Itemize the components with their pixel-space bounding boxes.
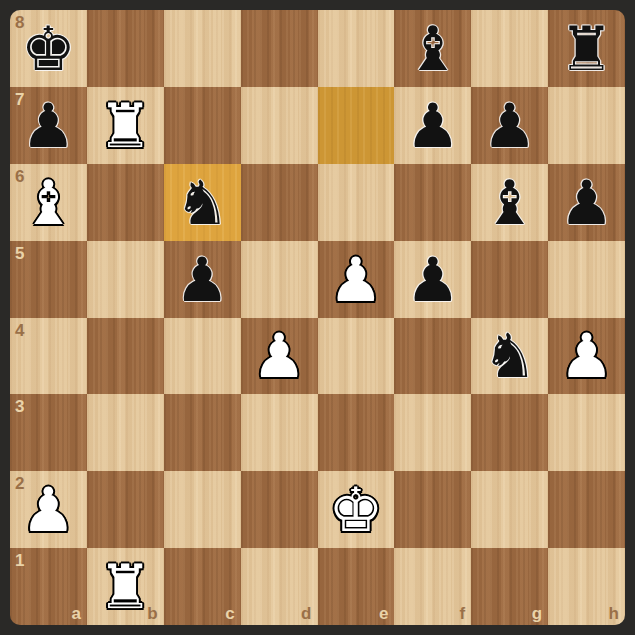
square-e5[interactable]: ♟ (318, 241, 395, 318)
piece-white-pawn-h4[interactable]: ♟ (548, 318, 625, 395)
piece-white-bishop-a6[interactable]: ♝ (10, 164, 87, 241)
square-h4[interactable]: ♟ (548, 318, 625, 395)
file-label-a: a (71, 605, 80, 622)
square-h7[interactable] (548, 87, 625, 164)
square-h6[interactable]: ♟ (548, 164, 625, 241)
file-label-c: c (225, 605, 234, 622)
file-label-d: d (301, 605, 311, 622)
square-a2[interactable]: 2♟ (10, 471, 87, 548)
square-e6[interactable] (318, 164, 395, 241)
piece-white-rook-b7[interactable]: ♜ (87, 87, 164, 164)
square-b2[interactable] (87, 471, 164, 548)
square-f3[interactable] (394, 394, 471, 471)
square-d8[interactable] (241, 10, 318, 87)
square-g1[interactable]: g (471, 548, 548, 625)
square-b1[interactable]: b♜ (87, 548, 164, 625)
square-g2[interactable] (471, 471, 548, 548)
piece-black-pawn-c5[interactable]: ♟ (164, 241, 241, 318)
square-b5[interactable] (87, 241, 164, 318)
square-c4[interactable] (164, 318, 241, 395)
chess-board: 8♚♝♜7♟♜♟♟6♝♞♝♟5♟♟♟4♟♞♟32♟♚1ab♜cdefgh (10, 10, 625, 625)
square-c5[interactable]: ♟ (164, 241, 241, 318)
square-c3[interactable] (164, 394, 241, 471)
rank-label-3: 3 (15, 398, 24, 415)
square-a6[interactable]: 6♝ (10, 164, 87, 241)
square-c2[interactable] (164, 471, 241, 548)
square-e7[interactable] (318, 87, 395, 164)
square-e8[interactable] (318, 10, 395, 87)
piece-black-pawn-a7[interactable]: ♟ (10, 87, 87, 164)
piece-black-pawn-g7[interactable]: ♟ (471, 87, 548, 164)
board-frame: 8♚♝♜7♟♜♟♟6♝♞♝♟5♟♟♟4♟♞♟32♟♚1ab♜cdefgh (0, 0, 635, 635)
square-d5[interactable] (241, 241, 318, 318)
square-e2[interactable]: ♚ (318, 471, 395, 548)
square-g8[interactable] (471, 10, 548, 87)
square-a5[interactable]: 5 (10, 241, 87, 318)
square-h2[interactable] (548, 471, 625, 548)
square-a7[interactable]: 7♟ (10, 87, 87, 164)
square-d1[interactable]: d (241, 548, 318, 625)
piece-black-bishop-f8[interactable]: ♝ (394, 10, 471, 87)
square-h1[interactable]: h (548, 548, 625, 625)
piece-black-rook-h8[interactable]: ♜ (548, 10, 625, 87)
square-f4[interactable] (394, 318, 471, 395)
piece-black-knight-g4[interactable]: ♞ (471, 318, 548, 395)
file-label-e: e (379, 605, 388, 622)
piece-white-king-e2[interactable]: ♚ (318, 471, 395, 548)
rank-label-4: 4 (15, 322, 24, 339)
piece-white-rook-b1[interactable]: ♜ (87, 548, 164, 625)
square-b3[interactable] (87, 394, 164, 471)
piece-black-pawn-f7[interactable]: ♟ (394, 87, 471, 164)
square-b8[interactable] (87, 10, 164, 87)
square-f1[interactable]: f (394, 548, 471, 625)
piece-white-pawn-d4[interactable]: ♟ (241, 318, 318, 395)
piece-black-knight-c6[interactable]: ♞ (164, 164, 241, 241)
square-b4[interactable] (87, 318, 164, 395)
square-e3[interactable] (318, 394, 395, 471)
file-label-f: f (460, 605, 466, 622)
square-d4[interactable]: ♟ (241, 318, 318, 395)
square-a3[interactable]: 3 (10, 394, 87, 471)
square-f5[interactable]: ♟ (394, 241, 471, 318)
piece-white-pawn-e5[interactable]: ♟ (318, 241, 395, 318)
piece-black-king-a8[interactable]: ♚ (10, 10, 87, 87)
square-d2[interactable] (241, 471, 318, 548)
square-e4[interactable] (318, 318, 395, 395)
square-a4[interactable]: 4 (10, 318, 87, 395)
square-h5[interactable] (548, 241, 625, 318)
rank-label-1: 1 (15, 552, 24, 569)
square-g6[interactable]: ♝ (471, 164, 548, 241)
piece-black-pawn-h6[interactable]: ♟ (548, 164, 625, 241)
square-d3[interactable] (241, 394, 318, 471)
square-c7[interactable] (164, 87, 241, 164)
square-a8[interactable]: 8♚ (10, 10, 87, 87)
square-a1[interactable]: 1a (10, 548, 87, 625)
square-f7[interactable]: ♟ (394, 87, 471, 164)
file-label-g: g (532, 605, 542, 622)
square-g4[interactable]: ♞ (471, 318, 548, 395)
square-g7[interactable]: ♟ (471, 87, 548, 164)
piece-black-bishop-g6[interactable]: ♝ (471, 164, 548, 241)
square-g5[interactable] (471, 241, 548, 318)
rank-label-5: 5 (15, 245, 24, 262)
file-label-h: h (609, 605, 619, 622)
square-b7[interactable]: ♜ (87, 87, 164, 164)
square-c6[interactable]: ♞ (164, 164, 241, 241)
square-d6[interactable] (241, 164, 318, 241)
square-c1[interactable]: c (164, 548, 241, 625)
square-h3[interactable] (548, 394, 625, 471)
square-h8[interactable]: ♜ (548, 10, 625, 87)
square-f8[interactable]: ♝ (394, 10, 471, 87)
square-b6[interactable] (87, 164, 164, 241)
square-f6[interactable] (394, 164, 471, 241)
square-d7[interactable] (241, 87, 318, 164)
square-e1[interactable]: e (318, 548, 395, 625)
square-c8[interactable] (164, 10, 241, 87)
piece-white-pawn-a2[interactable]: ♟ (10, 471, 87, 548)
square-f2[interactable] (394, 471, 471, 548)
square-g3[interactable] (471, 394, 548, 471)
piece-black-pawn-f5[interactable]: ♟ (394, 241, 471, 318)
